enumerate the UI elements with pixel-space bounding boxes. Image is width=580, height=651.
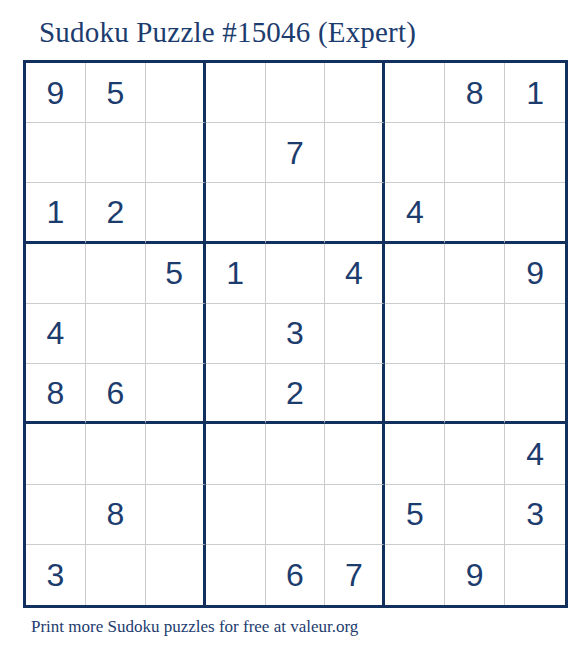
sudoku-cell: 8	[86, 485, 146, 545]
sudoku-cell	[325, 424, 385, 484]
sudoku-cell	[385, 63, 445, 123]
sudoku-cell	[146, 485, 206, 545]
sudoku-cell	[325, 63, 385, 123]
sudoku-cell	[86, 545, 146, 605]
sudoku-cell	[385, 424, 445, 484]
sudoku-cell	[146, 545, 206, 605]
sudoku-cell	[146, 123, 206, 183]
sudoku-cell	[146, 364, 206, 424]
sudoku-cell	[445, 244, 505, 304]
sudoku-cell	[325, 123, 385, 183]
sudoku-cell	[86, 304, 146, 364]
sudoku-cell	[146, 63, 206, 123]
sudoku-cell: 5	[385, 485, 445, 545]
sudoku-cell	[505, 364, 565, 424]
sudoku-cell: 6	[266, 545, 326, 605]
sudoku-cell: 5	[86, 63, 146, 123]
sudoku-cell	[266, 424, 326, 484]
sudoku-cell: 9	[445, 545, 505, 605]
sudoku-cell	[385, 304, 445, 364]
sudoku-cell: 1	[206, 244, 266, 304]
sudoku-cell	[146, 424, 206, 484]
sudoku-cell: 4	[385, 183, 445, 243]
sudoku-cell	[385, 123, 445, 183]
sudoku-cell	[266, 244, 326, 304]
sudoku-cell: 4	[325, 244, 385, 304]
sudoku-cell	[26, 244, 86, 304]
sudoku-cell	[266, 63, 326, 123]
sudoku-cell	[26, 424, 86, 484]
sudoku-cell	[206, 424, 266, 484]
sudoku-cell	[445, 364, 505, 424]
sudoku-cell	[206, 545, 266, 605]
sudoku-cell: 2	[266, 364, 326, 424]
sudoku-cell	[385, 545, 445, 605]
sudoku-cell	[385, 244, 445, 304]
sudoku-cell	[325, 304, 385, 364]
sudoku-cell	[325, 183, 385, 243]
sudoku-cell	[206, 123, 266, 183]
sudoku-cell	[445, 304, 505, 364]
sudoku-cell: 1	[26, 183, 86, 243]
sudoku-cell	[505, 304, 565, 364]
sudoku-cell	[325, 364, 385, 424]
sudoku-cell	[146, 183, 206, 243]
sudoku-cell	[86, 244, 146, 304]
sudoku-cell	[445, 424, 505, 484]
sudoku-cell	[325, 485, 385, 545]
sudoku-cell	[146, 304, 206, 364]
sudoku-cell	[445, 123, 505, 183]
sudoku-cell: 8	[445, 63, 505, 123]
sudoku-cell	[266, 485, 326, 545]
sudoku-cell	[206, 63, 266, 123]
sudoku-cell: 6	[86, 364, 146, 424]
sudoku-cell	[445, 183, 505, 243]
sudoku-cell: 8	[26, 364, 86, 424]
sudoku-cell: 7	[266, 123, 326, 183]
sudoku-cell	[505, 545, 565, 605]
puzzle-title: Sudoku Puzzle #15046 (Expert)	[39, 16, 416, 49]
sudoku-cell: 4	[26, 304, 86, 364]
sudoku-cell	[445, 485, 505, 545]
sudoku-cell: 9	[505, 244, 565, 304]
sudoku-cell	[206, 304, 266, 364]
sudoku-cell	[266, 183, 326, 243]
sudoku-page: Sudoku Puzzle #15046 (Expert) 9581712451…	[0, 0, 580, 651]
sudoku-cell: 3	[505, 485, 565, 545]
sudoku-cell	[505, 183, 565, 243]
sudoku-cell	[206, 364, 266, 424]
sudoku-cell	[206, 183, 266, 243]
sudoku-cell	[206, 485, 266, 545]
sudoku-cell: 1	[505, 63, 565, 123]
sudoku-cell: 5	[146, 244, 206, 304]
sudoku-cell	[86, 123, 146, 183]
footer-text: Print more Sudoku puzzles for free at va…	[31, 617, 358, 637]
sudoku-cell	[86, 424, 146, 484]
sudoku-cell: 2	[86, 183, 146, 243]
sudoku-cell: 4	[505, 424, 565, 484]
sudoku-cell: 3	[266, 304, 326, 364]
sudoku-cell: 7	[325, 545, 385, 605]
sudoku-cell	[26, 123, 86, 183]
sudoku-cell: 9	[26, 63, 86, 123]
sudoku-cell	[505, 123, 565, 183]
sudoku-board: 9581712451494386248533679	[23, 60, 568, 608]
sudoku-cell: 3	[26, 545, 86, 605]
sudoku-cell	[385, 364, 445, 424]
sudoku-cell	[26, 485, 86, 545]
